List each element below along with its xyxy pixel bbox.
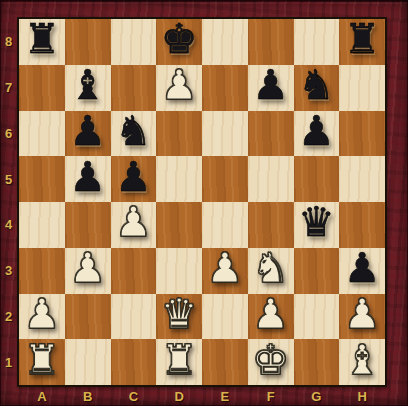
square-h3[interactable]: ♟ [339,248,385,294]
black-pawn-g6[interactable]: ♟ [298,111,335,152]
black-pawn-c5[interactable]: ♟ [115,157,152,198]
file-label-G: G [294,387,340,406]
square-c1[interactable] [111,339,157,385]
square-e6[interactable] [202,111,248,157]
board: ♜♚♜♝♟♟♞♟♞♟♟♟♟♛♟♟♞♟♟♛♟♟♜♜♚♝ [17,17,387,387]
square-a1[interactable]: ♜ [19,339,65,385]
square-f8[interactable] [248,19,294,65]
black-bishop-b7[interactable]: ♝ [69,65,106,106]
square-a2[interactable]: ♟ [19,294,65,340]
rank-label-8: 8 [0,19,17,65]
square-d4[interactable] [156,202,202,248]
square-d3[interactable] [156,248,202,294]
board-grid: ♜♚♜♝♟♟♞♟♞♟♟♟♟♛♟♟♞♟♟♛♟♟♜♜♚♝ [19,19,385,385]
square-a7[interactable] [19,65,65,111]
black-rook-a8[interactable]: ♜ [23,19,60,60]
chessboard-app: 87654321 ABCDEFGH ♜♚♜♝♟♟♞♟♞♟♟♟♟♛♟♟♞♟♟♛♟♟… [0,0,408,406]
square-a3[interactable] [19,248,65,294]
square-f5[interactable] [248,156,294,202]
white-pawn-a2[interactable]: ♟ [23,294,60,335]
square-b4[interactable] [65,202,111,248]
square-c2[interactable] [111,294,157,340]
black-pawn-f7[interactable]: ♟ [252,65,289,106]
file-label-D: D [156,387,202,406]
square-b3[interactable]: ♟ [65,248,111,294]
black-knight-c6[interactable]: ♞ [115,111,152,152]
rank-label-6: 6 [0,111,17,157]
white-pawn-c4[interactable]: ♟ [115,202,152,243]
square-g1[interactable] [294,339,340,385]
square-f3[interactable]: ♞ [248,248,294,294]
square-c7[interactable] [111,65,157,111]
square-e2[interactable] [202,294,248,340]
square-g2[interactable] [294,294,340,340]
white-knight-f3[interactable]: ♞ [252,248,289,289]
square-c6[interactable]: ♞ [111,111,157,157]
square-b2[interactable] [65,294,111,340]
square-d5[interactable] [156,156,202,202]
rank-label-5: 5 [0,156,17,202]
square-h5[interactable] [339,156,385,202]
black-knight-g7[interactable]: ♞ [298,65,335,106]
rank-label-4: 4 [0,202,17,248]
black-pawn-b6[interactable]: ♟ [69,111,106,152]
square-c8[interactable] [111,19,157,65]
square-b5[interactable]: ♟ [65,156,111,202]
file-label-H: H [339,387,385,406]
square-h6[interactable] [339,111,385,157]
white-pawn-d7[interactable]: ♟ [161,65,198,106]
white-rook-d1[interactable]: ♜ [161,340,198,381]
square-d8[interactable]: ♚ [156,19,202,65]
square-h4[interactable] [339,202,385,248]
square-b8[interactable] [65,19,111,65]
white-pawn-f2[interactable]: ♟ [252,294,289,335]
rank-label-7: 7 [0,65,17,111]
square-a5[interactable] [19,156,65,202]
square-h8[interactable]: ♜ [339,19,385,65]
square-d2[interactable]: ♛ [156,294,202,340]
square-b1[interactable] [65,339,111,385]
square-g5[interactable] [294,156,340,202]
square-d1[interactable]: ♜ [156,339,202,385]
black-queen-g4[interactable]: ♛ [298,202,335,243]
rank-label-2: 2 [0,294,17,340]
white-pawn-e3[interactable]: ♟ [206,248,243,289]
square-d6[interactable] [156,111,202,157]
white-rook-a1[interactable]: ♜ [23,340,60,381]
square-e5[interactable] [202,156,248,202]
black-rook-h8[interactable]: ♜ [344,19,381,60]
square-a8[interactable]: ♜ [19,19,65,65]
file-label-C: C [111,387,157,406]
square-f4[interactable] [248,202,294,248]
square-c4[interactable]: ♟ [111,202,157,248]
square-f6[interactable] [248,111,294,157]
square-h2[interactable]: ♟ [339,294,385,340]
white-pawn-h2[interactable]: ♟ [344,294,381,335]
square-c3[interactable] [111,248,157,294]
square-h1[interactable]: ♝ [339,339,385,385]
square-g6[interactable]: ♟ [294,111,340,157]
square-h7[interactable] [339,65,385,111]
white-pawn-b3[interactable]: ♟ [69,248,106,289]
square-g4[interactable]: ♛ [294,202,340,248]
rank-labels: 87654321 [0,19,17,385]
square-e7[interactable] [202,65,248,111]
white-queen-d2[interactable]: ♛ [161,294,198,335]
square-d7[interactable]: ♟ [156,65,202,111]
square-f7[interactable]: ♟ [248,65,294,111]
rank-label-3: 3 [0,248,17,294]
file-label-B: B [65,387,111,406]
rank-label-1: 1 [0,339,17,385]
square-c5[interactable]: ♟ [111,156,157,202]
black-pawn-h3[interactable]: ♟ [344,248,381,289]
square-b6[interactable]: ♟ [65,111,111,157]
square-e1[interactable] [202,339,248,385]
white-bishop-h1[interactable]: ♝ [344,340,381,381]
file-label-E: E [202,387,248,406]
file-labels: ABCDEFGH [19,387,385,406]
file-label-F: F [248,387,294,406]
square-e8[interactable] [202,19,248,65]
file-label-A: A [19,387,65,406]
square-f1[interactable]: ♚ [248,339,294,385]
square-g3[interactable] [294,248,340,294]
square-a4[interactable] [19,202,65,248]
square-e3[interactable]: ♟ [202,248,248,294]
black-king-d8[interactable]: ♚ [161,19,198,60]
black-pawn-b5[interactable]: ♟ [69,157,106,198]
square-e4[interactable] [202,202,248,248]
white-king-f1[interactable]: ♚ [252,340,289,381]
square-a6[interactable] [19,111,65,157]
square-f2[interactable]: ♟ [248,294,294,340]
square-g7[interactable]: ♞ [294,65,340,111]
square-g8[interactable] [294,19,340,65]
square-b7[interactable]: ♝ [65,65,111,111]
